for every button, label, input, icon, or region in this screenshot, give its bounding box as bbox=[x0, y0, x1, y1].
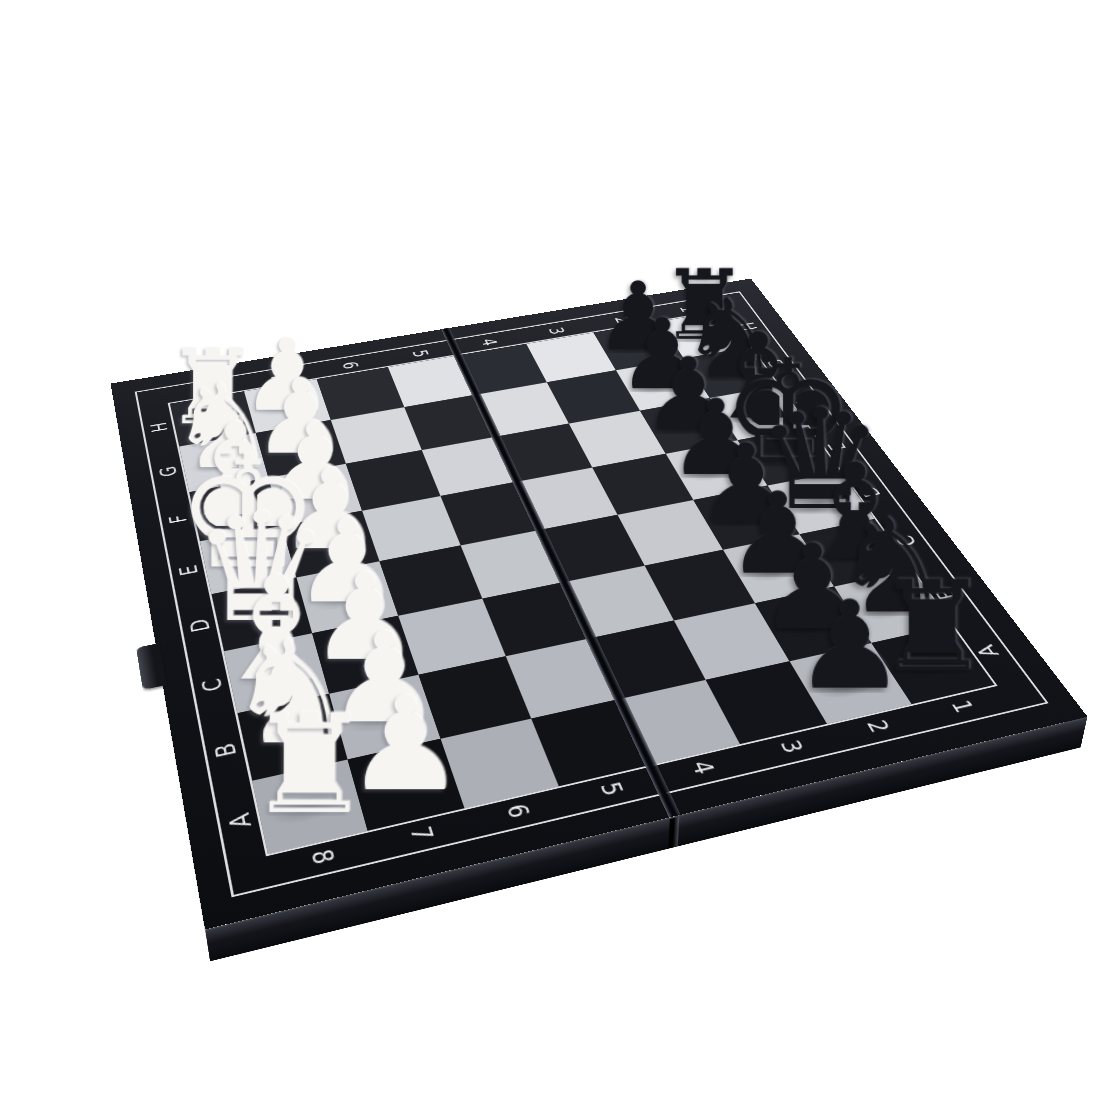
clasp-latch bbox=[136, 643, 166, 690]
product-photo-scene: HGFEDCBA HGFEDCBA 87654321 87654321 ♜♟♟♜… bbox=[0, 0, 1100, 1100]
fold-seam-front-edge bbox=[668, 817, 679, 849]
chessboard: HGFEDCBA HGFEDCBA 87654321 87654321 ♜♟♟♜… bbox=[111, 279, 1088, 930]
